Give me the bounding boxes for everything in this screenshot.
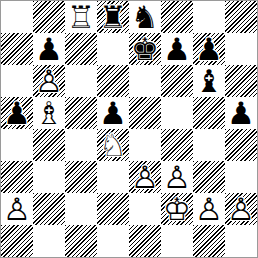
square-h1[interactable] xyxy=(225,225,257,257)
piece-white-pawn[interactable]: ♟♙ xyxy=(161,161,193,193)
white-bishop-glyph: ♗ xyxy=(33,97,65,129)
square-g5[interactable] xyxy=(193,97,225,129)
square-d5[interactable]: ♟♟ xyxy=(97,97,129,129)
square-d4[interactable]: ♞♘ xyxy=(97,129,129,161)
black-king-glyph: ♚ xyxy=(129,33,161,65)
square-g1[interactable] xyxy=(193,225,225,257)
square-h3[interactable] xyxy=(225,161,257,193)
piece-white-pawn[interactable]: ♟♙ xyxy=(129,161,161,193)
black-pawn-glyph: ♟ xyxy=(97,97,129,129)
square-c5[interactable] xyxy=(65,97,97,129)
square-d2[interactable] xyxy=(97,193,129,225)
square-g4[interactable] xyxy=(193,129,225,161)
square-b8[interactable] xyxy=(33,1,65,33)
square-b7[interactable]: ♟♟ xyxy=(33,33,65,65)
piece-black-pawn[interactable]: ♟♟ xyxy=(161,33,193,65)
square-a6[interactable] xyxy=(1,65,33,97)
square-h8[interactable] xyxy=(225,1,257,33)
piece-black-rook[interactable]: ♜♜ xyxy=(97,1,129,33)
square-c3[interactable] xyxy=(65,161,97,193)
square-d7[interactable] xyxy=(97,33,129,65)
square-b6[interactable]: ♟♙ xyxy=(33,65,65,97)
square-h2[interactable]: ♟♙ xyxy=(225,193,257,225)
square-h7[interactable] xyxy=(225,33,257,65)
square-e5[interactable] xyxy=(129,97,161,129)
piece-black-pawn[interactable]: ♟♟ xyxy=(193,33,225,65)
black-pawn-glyph: ♟ xyxy=(161,33,193,65)
white-pawn-glyph: ♙ xyxy=(33,65,65,97)
white-knight-glyph: ♘ xyxy=(97,129,129,161)
chess-board: ♜♖♜♜♞♞♟♟♚♚♟♟♟♟♟♙♝♝♟♟♝♗♟♟♟♟♞♘♟♙♟♙♟♙♚♔♟♙♟♙ xyxy=(0,0,258,258)
piece-black-knight[interactable]: ♞♞ xyxy=(129,1,161,33)
square-g7[interactable]: ♟♟ xyxy=(193,33,225,65)
square-a2[interactable]: ♟♙ xyxy=(1,193,33,225)
white-pawn-glyph: ♙ xyxy=(225,193,257,225)
black-pawn-glyph: ♟ xyxy=(193,33,225,65)
square-f6[interactable] xyxy=(161,65,193,97)
black-rook-glyph: ♜ xyxy=(97,1,129,33)
square-d6[interactable] xyxy=(97,65,129,97)
square-b4[interactable] xyxy=(33,129,65,161)
black-knight-glyph: ♞ xyxy=(129,1,161,33)
piece-white-knight[interactable]: ♞♘ xyxy=(97,129,129,161)
piece-white-king[interactable]: ♚♔ xyxy=(161,193,193,225)
square-e2[interactable] xyxy=(129,193,161,225)
square-d1[interactable] xyxy=(97,225,129,257)
square-h6[interactable] xyxy=(225,65,257,97)
piece-white-rook[interactable]: ♜♖ xyxy=(65,1,97,33)
square-h5[interactable]: ♟♟ xyxy=(225,97,257,129)
square-f1[interactable] xyxy=(161,225,193,257)
square-a5[interactable]: ♟♟ xyxy=(1,97,33,129)
square-f8[interactable] xyxy=(161,1,193,33)
square-c2[interactable] xyxy=(65,193,97,225)
square-f7[interactable]: ♟♟ xyxy=(161,33,193,65)
square-c1[interactable] xyxy=(65,225,97,257)
piece-white-pawn[interactable]: ♟♙ xyxy=(193,193,225,225)
square-a1[interactable] xyxy=(1,225,33,257)
square-a7[interactable] xyxy=(1,33,33,65)
square-b2[interactable] xyxy=(33,193,65,225)
square-f3[interactable]: ♟♙ xyxy=(161,161,193,193)
piece-black-pawn[interactable]: ♟♟ xyxy=(1,97,33,129)
square-g8[interactable] xyxy=(193,1,225,33)
square-g2[interactable]: ♟♙ xyxy=(193,193,225,225)
square-b1[interactable] xyxy=(33,225,65,257)
square-e3[interactable]: ♟♙ xyxy=(129,161,161,193)
square-e4[interactable] xyxy=(129,129,161,161)
piece-black-bishop[interactable]: ♝♝ xyxy=(193,65,225,97)
square-a4[interactable] xyxy=(1,129,33,161)
square-h4[interactable] xyxy=(225,129,257,161)
square-f2[interactable]: ♚♔ xyxy=(161,193,193,225)
piece-black-pawn[interactable]: ♟♟ xyxy=(97,97,129,129)
square-d8[interactable]: ♜♜ xyxy=(97,1,129,33)
square-d3[interactable] xyxy=(97,161,129,193)
piece-white-pawn[interactable]: ♟♙ xyxy=(33,65,65,97)
piece-white-bishop[interactable]: ♝♗ xyxy=(33,97,65,129)
square-e1[interactable] xyxy=(129,225,161,257)
square-e8[interactable]: ♞♞ xyxy=(129,1,161,33)
white-pawn-glyph: ♙ xyxy=(193,193,225,225)
square-f4[interactable] xyxy=(161,129,193,161)
piece-white-pawn[interactable]: ♟♙ xyxy=(1,193,33,225)
square-c8[interactable]: ♜♖ xyxy=(65,1,97,33)
black-pawn-glyph: ♟ xyxy=(225,97,257,129)
square-a8[interactable] xyxy=(1,1,33,33)
white-pawn-glyph: ♙ xyxy=(161,161,193,193)
piece-white-pawn[interactable]: ♟♙ xyxy=(225,193,257,225)
white-pawn-glyph: ♙ xyxy=(129,161,161,193)
black-pawn-glyph: ♟ xyxy=(33,33,65,65)
square-b5[interactable]: ♝♗ xyxy=(33,97,65,129)
piece-black-pawn[interactable]: ♟♟ xyxy=(225,97,257,129)
square-g6[interactable]: ♝♝ xyxy=(193,65,225,97)
white-king-glyph: ♔ xyxy=(161,193,193,225)
black-pawn-glyph: ♟ xyxy=(1,97,33,129)
square-e6[interactable] xyxy=(129,65,161,97)
square-c6[interactable] xyxy=(65,65,97,97)
square-a3[interactable] xyxy=(1,161,33,193)
black-bishop-glyph: ♝ xyxy=(193,65,225,97)
square-f5[interactable] xyxy=(161,97,193,129)
white-pawn-glyph: ♙ xyxy=(1,193,33,225)
square-c4[interactable] xyxy=(65,129,97,161)
piece-black-pawn[interactable]: ♟♟ xyxy=(33,33,65,65)
piece-black-king[interactable]: ♚♚ xyxy=(129,33,161,65)
square-e7[interactable]: ♚♚ xyxy=(129,33,161,65)
white-rook-glyph: ♖ xyxy=(65,1,97,33)
square-b3[interactable] xyxy=(33,161,65,193)
square-c7[interactable] xyxy=(65,33,97,65)
square-g3[interactable] xyxy=(193,161,225,193)
